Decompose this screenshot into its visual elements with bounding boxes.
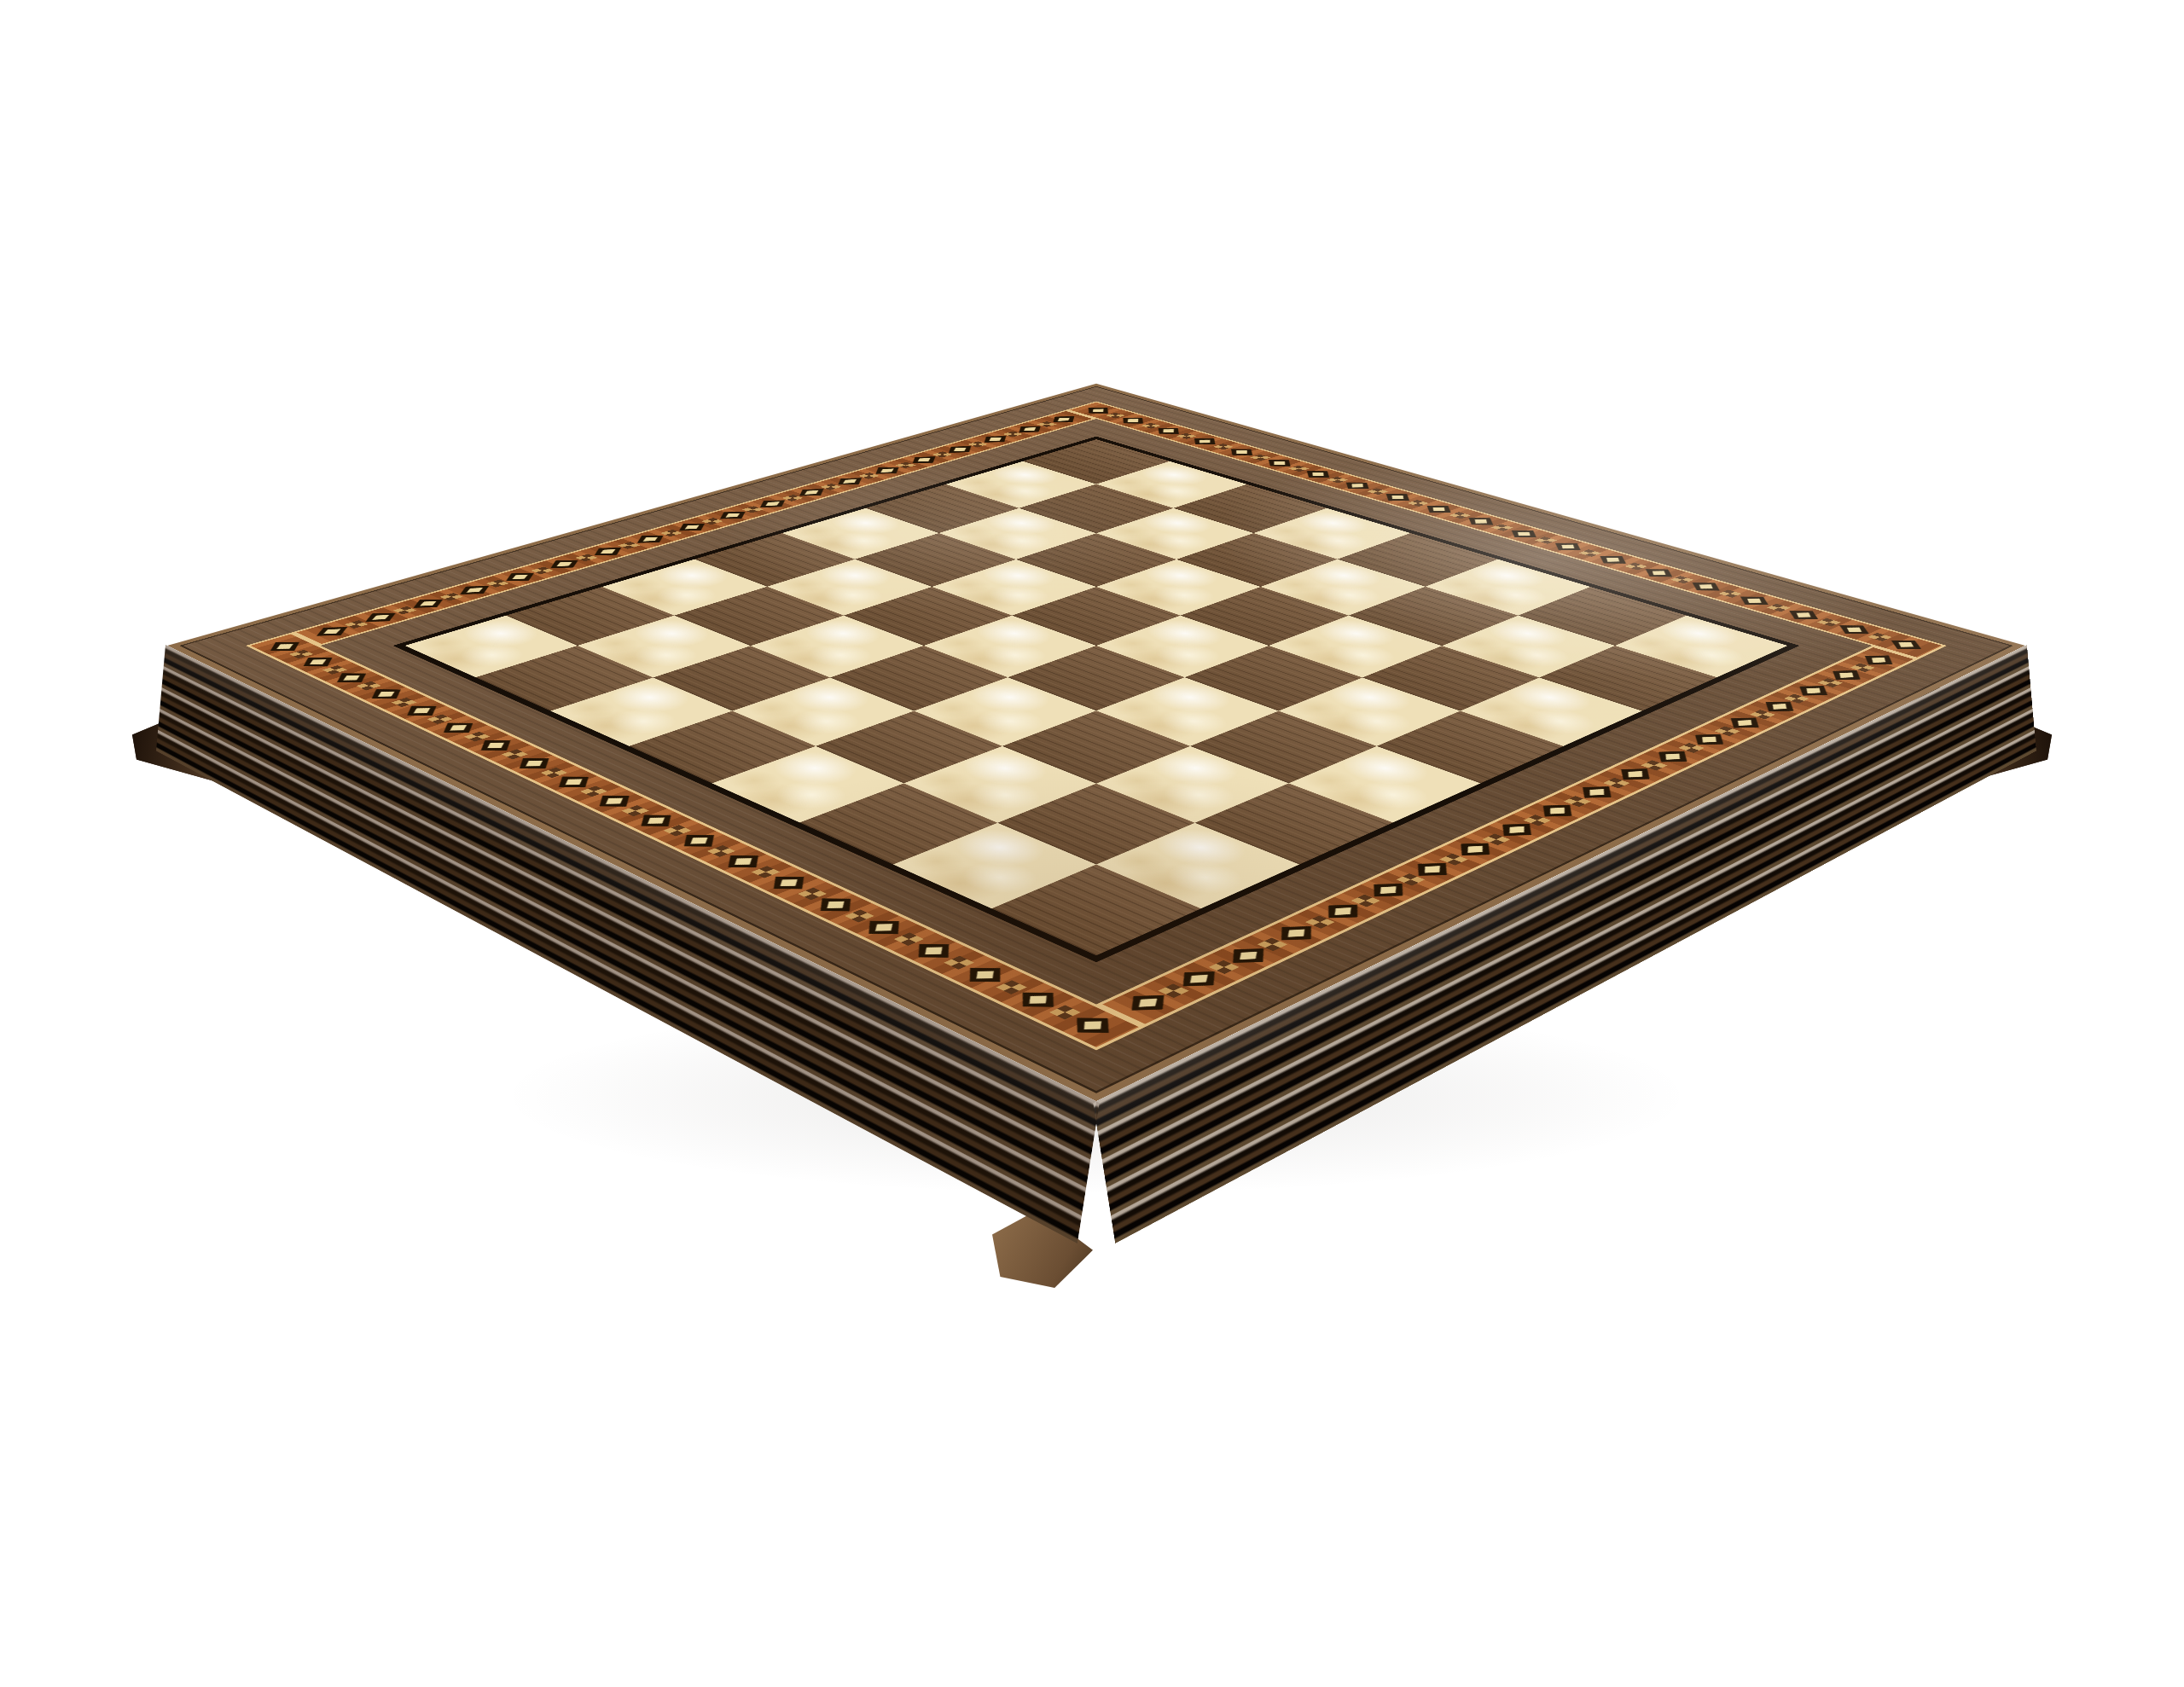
square-r7c1: [476, 646, 653, 710]
square-r4c4: [1008, 646, 1185, 710]
inlay-checker-motif: [289, 650, 313, 658]
inlay-diamond-motif: [1356, 877, 1420, 904]
inlay-checker-motif: [798, 888, 827, 901]
inlay-diamond-motif: [669, 828, 730, 854]
inlay-diamond-motif: [359, 684, 414, 704]
inlay-checker-motif: [664, 825, 692, 836]
inlay-checker-motif: [1396, 873, 1425, 885]
inlay-diamond-motif: [468, 734, 525, 757]
inlay-diamond-motif: [1716, 712, 1773, 733]
inlay-diamond-motif: [1606, 762, 1664, 786]
inlay-diamond-motif: [1165, 964, 1233, 994]
inlay-checker-motif: [1209, 960, 1240, 974]
inlay-diamond-motif: [1820, 665, 1873, 685]
square-r6c2: [653, 646, 831, 710]
inlay-diamond-motif: [584, 789, 644, 813]
inlay-checker-motif: [322, 665, 347, 675]
inlay-checker-motif: [1258, 937, 1287, 951]
square-r3c6: [1278, 677, 1460, 746]
inlay-checker-motif: [1714, 726, 1740, 736]
inlay-diamond-motif: [430, 717, 486, 739]
square-r5c4: [915, 677, 1096, 746]
inlay-diamond-motif: [1444, 837, 1506, 862]
inlay-checker-motif: [464, 732, 490, 742]
inlay-diamond-motif: [1113, 987, 1182, 1018]
square-r6c6: [997, 783, 1195, 864]
square-r6c5: [904, 746, 1096, 823]
inlay-diamond-motif: [901, 936, 967, 966]
inlay-diamond-motif: [1567, 780, 1626, 804]
inlay-checker-motif: [621, 805, 648, 816]
square-r6c3: [732, 677, 914, 746]
square-r7c6: [893, 823, 1096, 909]
inlay-checker-motif: [392, 698, 417, 707]
inlay-diamond-motif: [1401, 856, 1463, 883]
inlay-diamond-motif: [1644, 745, 1701, 768]
inlay-checker-motif: [996, 980, 1026, 994]
inlay-checker-motif: [1750, 710, 1775, 719]
photo-background: [0, 0, 2184, 1687]
inlay-checker-motif: [580, 786, 607, 797]
square-r2c6: [1362, 646, 1540, 710]
square-r3c5: [1185, 646, 1362, 710]
square-r3c7: [1377, 710, 1564, 783]
inlay-diamond-motif: [325, 668, 379, 687]
inlay-diamond-motif: [1486, 817, 1547, 842]
inlay-diamond-motif: [1311, 897, 1375, 925]
inlay-diamond-motif: [758, 869, 821, 896]
inlay-checker-motif: [1524, 815, 1551, 826]
inlay-diamond-motif: [505, 752, 563, 775]
inlay-diamond-motif: [1263, 919, 1329, 948]
inlay-checker-motif: [1440, 854, 1468, 866]
inlay-checker-motif: [427, 715, 453, 724]
square-r2c7: [1461, 677, 1642, 746]
square-r5c7: [1195, 783, 1393, 864]
square-r1c7: [1539, 646, 1716, 710]
inlay-checker-motif: [944, 956, 975, 970]
square-r7c3: [629, 710, 816, 783]
inlay-diamond-motif: [626, 809, 687, 833]
inlay-checker-motif: [752, 866, 780, 878]
inlay-checker-motif: [1305, 916, 1335, 929]
inlay-diamond-motif: [851, 913, 916, 942]
inlay-checker-motif: [1818, 678, 1843, 687]
inlay-diamond-motif: [544, 770, 603, 793]
inlay-checker-motif: [1603, 778, 1629, 789]
board-top-surface: [167, 384, 2025, 1102]
inlay-diamond-motif: [1058, 1009, 1127, 1041]
inlay-diamond-motif: [804, 891, 868, 919]
inlay-diamond-motif: [1852, 651, 1905, 670]
inlay-checker-motif: [357, 681, 381, 691]
square-r5c6: [1096, 746, 1288, 823]
square-r7c4: [712, 746, 904, 823]
square-r6c4: [816, 710, 1002, 783]
inlay-diamond-motif: [1786, 681, 1841, 701]
inlay-checker-motif: [1850, 663, 1875, 671]
square-r7c2: [550, 677, 732, 746]
inlay-diamond-motif: [1215, 941, 1281, 971]
perspective-stage: [0, 0, 2184, 1687]
inlay-checker-motif: [845, 910, 874, 923]
inlay-checker-motif: [1678, 743, 1705, 753]
inlay-diamond-motif: [951, 959, 1019, 990]
inlay-diamond-motif: [1681, 728, 1737, 751]
inlay-checker-motif: [502, 749, 528, 759]
inlay-checker-motif: [1784, 694, 1809, 704]
square-r5c3: [830, 646, 1008, 710]
inlay-diamond-motif: [291, 652, 344, 672]
inlay-diamond-motif: [1752, 696, 1808, 717]
square-r7c5: [800, 783, 998, 864]
inlay-checker-motif: [1351, 895, 1380, 907]
inlay-checker-motif: [1641, 760, 1667, 770]
inlay-checker-motif: [707, 845, 735, 857]
chess-board: [167, 384, 2025, 1102]
square-r5c5: [1002, 710, 1189, 783]
inlay-checker-motif: [1482, 833, 1510, 845]
inlay-diamond-motif: [394, 700, 450, 722]
inlay-checker-motif: [541, 768, 567, 778]
square-r6c7: [1096, 823, 1299, 909]
inlay-diamond-motif: [712, 849, 775, 875]
inlay-diamond-motif: [258, 637, 311, 656]
inlay-diamond-motif: [1004, 984, 1072, 1016]
inlay-checker-motif: [1049, 1006, 1081, 1020]
inlay-checker-motif: [1564, 796, 1591, 807]
square-r4c6: [1190, 710, 1377, 783]
square-r7c7: [991, 864, 1201, 955]
inlay-checker-motif: [1159, 983, 1189, 998]
inlay-checker-motif: [894, 932, 924, 946]
square-r4c7: [1288, 746, 1480, 823]
square-r4c5: [1096, 677, 1278, 746]
inlay-diamond-motif: [1527, 798, 1587, 823]
